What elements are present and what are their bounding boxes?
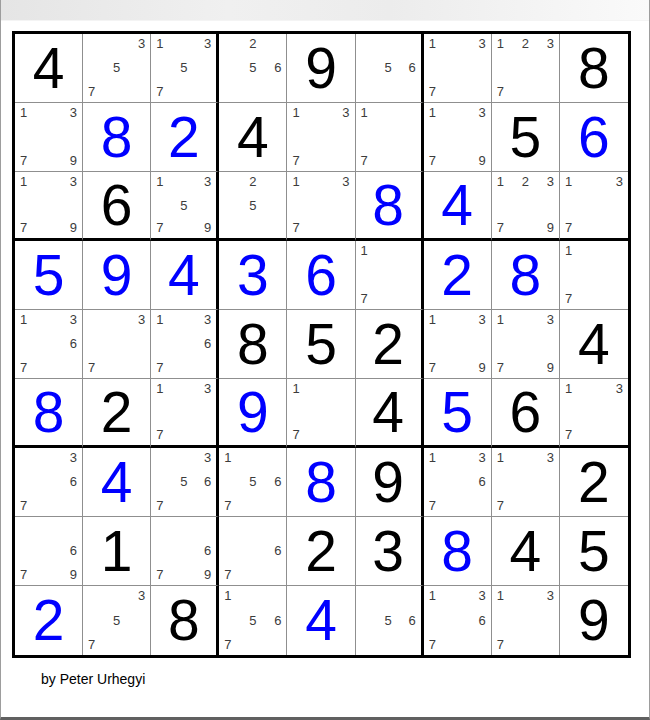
candidate-7: 7 [424,632,446,655]
cell-r5c5[interactable]: 5 [287,310,355,379]
cell-r1c7[interactable]: 137 [424,34,492,103]
cell-r6c3[interactable]: 137 [151,379,219,448]
candidate-5: 5 [242,471,264,494]
candidate-5: 5 [242,57,264,80]
candidate-6: 6 [264,540,286,563]
candidate-3: 3 [468,448,490,471]
pencil-marks: 367 [15,448,82,516]
cell-r5c9[interactable]: 4 [560,310,628,379]
pencil-marks: 17 [356,241,421,309]
candidate-7: 7 [560,216,583,238]
candidate-7: 7 [287,148,309,171]
pencil-marks: 25 [219,172,286,238]
given-digit: 1 [101,523,133,580]
given-digit: 8 [578,40,610,97]
candidate-1: 1 [492,310,514,333]
pencil-marks: 1357 [151,34,216,102]
candidate-7: 7 [424,79,446,102]
given-digit: 2 [578,454,610,511]
pencil-marks: 137 [287,103,354,171]
cell-r2c5[interactable]: 137 [287,103,355,172]
cell-r6c4[interactable]: 9 [219,379,287,448]
solved-digit: 2 [33,592,65,649]
cell-r5c6[interactable]: 2 [356,310,424,379]
candidate-9: 9 [60,216,82,238]
candidate-7: 7 [287,216,309,238]
candidate-2: 2 [242,34,264,57]
candidate-7: 7 [15,148,37,171]
candidate-9: 9 [195,562,217,585]
given-digit: 4 [33,40,65,97]
cell-r4c6[interactable]: 17 [356,241,424,310]
cell-r5c1[interactable]: 1367 [15,310,83,379]
candidate-5: 5 [173,471,195,494]
cell-r7c7[interactable]: 1367 [424,448,492,517]
cell-r9c9[interactable]: 9 [560,586,628,655]
cell-r4c3[interactable]: 4 [151,241,219,310]
pencil-marks: 137 [492,448,559,516]
candidate-1: 1 [356,103,378,126]
candidate-3: 3 [195,34,217,57]
window-top-bar [1,0,649,21]
pencil-marks: 1379 [424,310,491,378]
candidate-3: 3 [60,103,82,126]
candidate-6: 6 [60,540,82,563]
cell-r4c5[interactable]: 6 [287,241,355,310]
candidate-7: 7 [424,355,446,378]
cell-r7c8[interactable]: 137 [492,448,560,517]
pencil-marks: 3567 [151,448,216,516]
candidate-7: 7 [287,423,309,445]
cell-r3c6[interactable]: 8 [356,172,424,241]
candidate-7: 7 [151,216,173,238]
cell-r2c7[interactable]: 1379 [424,103,492,172]
cell-r9c2[interactable]: 357 [83,586,151,655]
candidate-7: 7 [15,355,37,378]
candidate-7: 7 [356,148,378,171]
cell-r4c1[interactable]: 5 [15,241,83,310]
candidate-1: 1 [492,172,514,194]
pencil-marks: 137 [151,379,216,445]
cell-r5c8[interactable]: 1379 [492,310,560,379]
cell-r2c8[interactable]: 5 [492,103,560,172]
given-digit: 4 [237,109,269,166]
solved-digit: 4 [168,247,200,304]
cell-r5c3[interactable]: 1367 [151,310,219,379]
cell-r6c1[interactable]: 8 [15,379,83,448]
candidate-1: 1 [151,310,173,333]
candidate-3: 3 [537,34,559,57]
cell-r3c2[interactable]: 6 [83,172,151,241]
solved-digit: 2 [168,109,200,166]
cell-r5c4[interactable]: 8 [219,310,287,379]
given-digit: 2 [372,316,404,373]
candidate-3: 3 [537,586,559,609]
candidate-5: 5 [377,609,399,632]
candidate-6: 6 [468,609,490,632]
pencil-marks: 357 [83,586,150,655]
solved-digit: 6 [578,109,610,166]
cell-r7c9[interactable]: 2 [560,448,628,517]
cell-r7c3[interactable]: 3567 [151,448,219,517]
candidate-1: 1 [424,310,446,333]
cell-r8c7[interactable]: 8 [424,517,492,586]
solved-digit: 3 [237,247,269,304]
candidate-1: 1 [219,586,241,609]
candidate-7: 7 [424,148,446,171]
pencil-marks: 1367 [151,310,216,378]
solved-digit: 4 [441,177,473,234]
pencil-marks: 17 [287,379,354,445]
cell-r9c3[interactable]: 8 [151,586,219,655]
candidate-7: 7 [15,562,37,585]
cell-r8c8[interactable]: 4 [492,517,560,586]
cell-r6c9[interactable]: 137 [560,379,628,448]
cell-r3c9[interactable]: 137 [560,172,628,241]
candidate-6: 6 [264,57,286,80]
cell-r3c5[interactable]: 137 [287,172,355,241]
solved-digit: 5 [33,247,65,304]
pencil-marks: 1379 [424,103,491,171]
candidate-7: 7 [492,216,514,238]
cell-r8c2[interactable]: 1 [83,517,151,586]
cell-r8c9[interactable]: 5 [560,517,628,586]
cell-r8c5[interactable]: 2 [287,517,355,586]
solved-digit: 9 [237,384,269,441]
candidate-7: 7 [151,562,173,585]
pencil-marks: 1379 [15,103,82,171]
cell-r3c1[interactable]: 1379 [15,172,83,241]
candidate-1: 1 [424,103,446,126]
cell-r6c8[interactable]: 6 [492,379,560,448]
cell-r4c7[interactable]: 2 [424,241,492,310]
cell-r2c2[interactable]: 8 [83,103,151,172]
candidate-6: 6 [264,471,286,494]
candidate-3: 3 [605,379,628,401]
solved-digit: 8 [33,384,65,441]
pencil-marks: 1567 [219,586,286,655]
pencil-marks: 1237 [492,34,559,102]
cell-r9c7[interactable]: 1367 [424,586,492,655]
candidate-9: 9 [537,355,559,378]
cell-r4c2[interactable]: 9 [83,241,151,310]
candidate-3: 3 [468,103,490,126]
given-digit: 8 [237,316,269,373]
solved-digit: 8 [441,523,473,580]
cell-r1c8[interactable]: 1237 [492,34,560,103]
page: 4357135725695613712378137982413717137956… [0,0,650,720]
candidate-6: 6 [195,333,217,356]
candidate-1: 1 [560,379,583,401]
sudoku-board: 4357135725695613712378137982413717137956… [12,31,631,658]
cell-r9c5[interactable]: 4 [287,586,355,655]
candidate-1: 1 [151,172,173,194]
solved-digit: 2 [441,247,473,304]
candidate-6: 6 [195,471,217,494]
pencil-marks: 1379 [492,310,559,378]
given-digit: 9 [372,454,404,511]
cell-r9c6[interactable]: 56 [356,586,424,655]
candidate-7: 7 [151,79,173,102]
candidate-6: 6 [264,609,286,632]
candidate-7: 7 [492,493,514,516]
cell-r8c6[interactable]: 3 [356,517,424,586]
candidate-3: 3 [128,34,150,57]
candidate-3: 3 [537,310,559,333]
cell-r5c2[interactable]: 37 [83,310,151,379]
given-digit: 5 [509,109,541,166]
pencil-marks: 137 [560,172,628,238]
pencil-marks: 12379 [492,172,559,238]
candidate-6: 6 [60,471,82,494]
pencil-marks: 1379 [15,172,82,238]
cell-r3c7[interactable]: 4 [424,172,492,241]
pencil-marks: 67 [219,517,286,585]
candidate-1: 1 [15,172,37,194]
candidate-1: 1 [287,103,309,126]
given-digit: 5 [578,523,610,580]
cell-r9c1[interactable]: 2 [15,586,83,655]
candidate-1: 1 [560,241,583,264]
candidate-9: 9 [537,216,559,238]
given-digit: 4 [578,316,610,373]
cell-r7c2[interactable]: 4 [83,448,151,517]
candidate-9: 9 [60,562,82,585]
pencil-marks: 17 [356,103,421,171]
cell-r1c1[interactable]: 4 [15,34,83,103]
candidate-1: 1 [219,448,241,471]
cell-r1c2[interactable]: 357 [83,34,151,103]
candidate-3: 3 [468,34,490,57]
given-digit: 2 [305,523,337,580]
given-digit: 9 [305,40,337,97]
candidate-3: 3 [537,448,559,471]
candidate-5: 5 [105,609,127,632]
candidate-3: 3 [468,310,490,333]
candidate-6: 6 [195,540,217,563]
given-digit: 5 [305,316,337,373]
cell-r6c5[interactable]: 17 [287,379,355,448]
cell-r6c7[interactable]: 5 [424,379,492,448]
pencil-marks: 1567 [219,448,286,516]
candidate-7: 7 [15,493,37,516]
solved-digit: 8 [305,454,337,511]
cell-r7c1[interactable]: 367 [15,448,83,517]
cell-r4c8[interactable]: 8 [492,241,560,310]
candidate-3: 3 [332,172,354,194]
candidate-5: 5 [377,57,399,80]
cell-r1c6[interactable]: 56 [356,34,424,103]
given-digit: 4 [509,523,541,580]
candidate-3: 3 [195,379,217,401]
candidate-7: 7 [424,493,446,516]
candidate-7: 7 [492,355,514,378]
candidate-7: 7 [151,423,173,445]
candidate-7: 7 [219,632,241,655]
candidate-9: 9 [468,355,490,378]
candidate-2: 2 [242,172,264,194]
candidate-2: 2 [514,34,536,57]
cell-r1c3[interactable]: 1357 [151,34,219,103]
candidate-5: 5 [105,57,127,80]
solved-digit: 4 [101,454,133,511]
candidate-7: 7 [83,79,105,102]
candidate-3: 3 [537,172,559,194]
candidate-6: 6 [399,609,421,632]
cell-r2c9[interactable]: 6 [560,103,628,172]
given-digit: 9 [578,592,610,649]
cell-r4c9[interactable]: 17 [560,241,628,310]
candidate-9: 9 [468,148,490,171]
candidate-3: 3 [332,103,354,126]
candidate-7: 7 [560,423,583,445]
cell-r2c3[interactable]: 2 [151,103,219,172]
pencil-marks: 56 [356,586,421,655]
cell-r7c5[interactable]: 8 [287,448,355,517]
candidate-1: 1 [492,448,514,471]
candidate-1: 1 [356,241,378,264]
candidate-7: 7 [492,632,514,655]
given-digit: 4 [372,384,404,441]
candidate-6: 6 [399,57,421,80]
solved-digit: 4 [305,592,337,649]
pencil-marks: 137 [560,379,628,445]
candidate-7: 7 [219,493,241,516]
candidate-3: 3 [60,310,82,333]
candidate-3: 3 [60,172,82,194]
candidate-3: 3 [128,586,150,609]
candidate-5: 5 [173,57,195,80]
candidate-9: 9 [60,148,82,171]
candidate-1: 1 [424,34,446,57]
candidate-1: 1 [287,379,309,401]
given-digit: 6 [509,384,541,441]
cell-r8c4[interactable]: 67 [219,517,287,586]
given-digit: 2 [101,384,133,441]
candidate-9: 9 [195,216,217,238]
solved-digit: 6 [305,247,337,304]
cell-r6c2[interactable]: 2 [83,379,151,448]
candidate-1: 1 [424,448,446,471]
candidate-3: 3 [128,310,150,333]
candidate-1: 1 [492,34,514,57]
pencil-marks: 137 [287,172,354,238]
candidate-2: 2 [514,172,536,194]
pencil-marks: 1367 [424,448,491,516]
candidate-1: 1 [287,172,309,194]
candidate-3: 3 [60,448,82,471]
cell-r1c9[interactable]: 8 [560,34,628,103]
pencil-marks: 137 [492,586,559,655]
candidate-1: 1 [15,310,37,333]
cell-r4c4[interactable]: 3 [219,241,287,310]
cell-r6c6[interactable]: 4 [356,379,424,448]
candidate-3: 3 [468,586,490,609]
cell-r9c4[interactable]: 1567 [219,586,287,655]
candidate-7: 7 [560,286,583,309]
candidate-7: 7 [83,632,105,655]
candidate-5: 5 [242,609,264,632]
cell-r9c8[interactable]: 137 [492,586,560,655]
candidate-7: 7 [356,286,378,309]
candidate-1: 1 [15,103,37,126]
pencil-marks: 56 [356,34,421,102]
candidate-6: 6 [60,333,82,356]
solved-digit: 9 [101,247,133,304]
cell-r2c1[interactable]: 1379 [15,103,83,172]
candidate-1: 1 [492,586,514,609]
solved-digit: 5 [441,384,473,441]
candidate-1: 1 [560,172,583,194]
given-digit: 6 [101,177,133,234]
cell-r3c3[interactable]: 13579 [151,172,219,241]
candidate-3: 3 [195,448,217,471]
candidate-7: 7 [15,216,37,238]
candidate-1: 1 [424,586,446,609]
candidate-7: 7 [151,493,173,516]
cell-r2c4[interactable]: 4 [219,103,287,172]
cell-r3c8[interactable]: 12379 [492,172,560,241]
cell-r7c6[interactable]: 9 [356,448,424,517]
cell-r3c4[interactable]: 25 [219,172,287,241]
pencil-marks: 679 [15,517,82,585]
candidate-7: 7 [492,79,514,102]
candidate-5: 5 [173,194,195,216]
cell-r7c4[interactable]: 1567 [219,448,287,517]
pencil-marks: 256 [219,34,286,102]
pencil-marks: 37 [83,310,150,378]
cell-r1c4[interactable]: 256 [219,34,287,103]
pencil-marks: 357 [83,34,150,102]
candidate-1: 1 [151,379,173,401]
candidate-3: 3 [605,172,628,194]
credit-text: by Peter Urhegyi [41,671,145,687]
candidate-7: 7 [83,355,105,378]
candidate-5: 5 [242,194,264,216]
candidate-7: 7 [151,355,173,378]
candidate-3: 3 [195,310,217,333]
candidate-3: 3 [195,172,217,194]
cell-r5c7[interactable]: 1379 [424,310,492,379]
solved-digit: 8 [509,247,541,304]
pencil-marks: 679 [151,517,216,585]
cell-r1c5[interactable]: 9 [287,34,355,103]
pencil-marks: 17 [560,241,628,309]
candidate-7: 7 [219,562,241,585]
given-digit: 8 [168,592,200,649]
candidate-6: 6 [468,471,490,494]
pencil-marks: 137 [424,34,491,102]
cell-r2c6[interactable]: 17 [356,103,424,172]
solved-digit: 8 [101,109,133,166]
cell-r8c1[interactable]: 679 [15,517,83,586]
given-digit: 3 [372,523,404,580]
pencil-marks: 1367 [15,310,82,378]
pencil-marks: 13579 [151,172,216,238]
pencil-marks: 1367 [424,586,491,655]
solved-digit: 8 [372,177,404,234]
candidate-1: 1 [151,34,173,57]
cell-r8c3[interactable]: 679 [151,517,219,586]
